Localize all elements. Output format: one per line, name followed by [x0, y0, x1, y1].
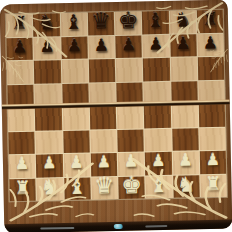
square-g5 — [171, 81, 198, 104]
square-d5 — [89, 83, 116, 106]
square-d3 — [90, 129, 117, 152]
square-h4 — [199, 104, 226, 127]
square-h3 — [199, 127, 226, 150]
black-king: ♚ — [118, 9, 139, 32]
clasp — [114, 224, 123, 229]
square-a4 — [8, 108, 35, 131]
square-g4 — [171, 104, 198, 127]
square-h5 — [198, 80, 225, 103]
square-f3 — [145, 128, 172, 151]
square-c3 — [63, 130, 90, 153]
black-queen: ♛ — [91, 10, 111, 32]
black-pawn: ♟ — [94, 36, 110, 53]
square-e6 — [116, 58, 143, 81]
carved-sprig-left-edge-icon — [1, 54, 26, 84]
carved-sprig-right-edge-icon — [209, 48, 230, 74]
square-e8: ♚ — [115, 11, 142, 34]
square-f4 — [144, 105, 171, 128]
square-a5 — [7, 84, 34, 107]
wooden-chess-box: ♜♞♝♛♚♝♞♜♟♟♟♟♟♟♟♟♟♟♟♟♟♟♟♟♜♞♝♛♚♝♞♜ — [0, 0, 232, 232]
square-e7: ♟ — [115, 35, 142, 58]
black-pawn: ♟ — [121, 36, 137, 53]
square-d4 — [90, 106, 117, 129]
square-e4 — [117, 105, 144, 128]
carved-leaf-ornament-bottom-left — [4, 158, 101, 224]
square-e3 — [117, 129, 144, 152]
square-c4 — [62, 107, 89, 130]
square-g3 — [172, 128, 199, 151]
carved-leaf-ornament-bottom-right — [125, 152, 232, 224]
square-e5 — [116, 82, 143, 105]
square-c6 — [61, 60, 88, 83]
metal-hinge-glint — [41, 227, 75, 230]
chess-set-photo: ♜♞♝♛♚♝♞♜♟♟♟♟♟♟♟♟♟♟♟♟♟♟♟♟♜♞♝♛♚♝♞♜ — [0, 0, 232, 232]
square-d7: ♟ — [88, 36, 115, 59]
square-d8: ♛ — [88, 12, 115, 35]
square-c5 — [62, 83, 89, 106]
square-g6 — [170, 57, 197, 80]
square-f6 — [143, 58, 170, 81]
square-b5 — [35, 84, 62, 107]
metal-hinge-glint — [146, 225, 168, 227]
square-b6 — [34, 60, 61, 83]
square-d6 — [89, 59, 116, 82]
square-f5 — [144, 81, 171, 104]
square-b3 — [36, 131, 63, 154]
square-b4 — [35, 107, 62, 130]
square-a3 — [8, 131, 35, 154]
